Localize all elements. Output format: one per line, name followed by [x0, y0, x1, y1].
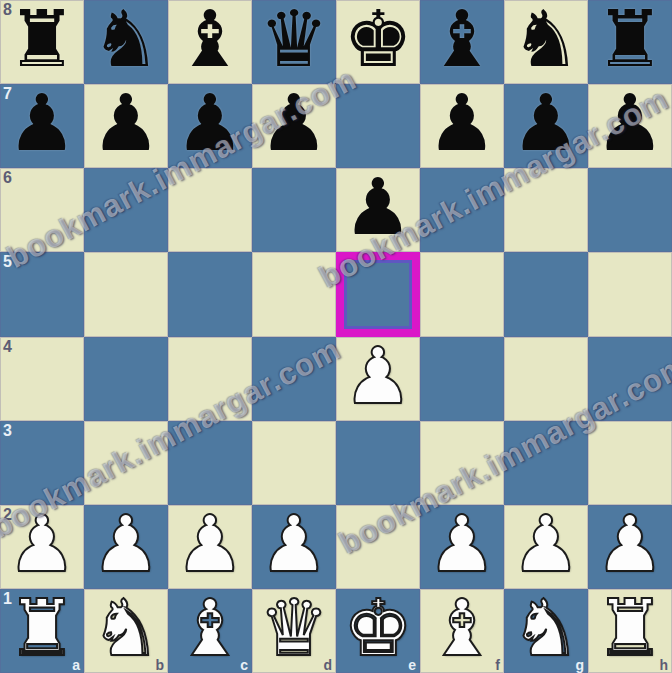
piece-black-bishop[interactable]: ♝: [427, 0, 497, 78]
square-b7[interactable]: ♟: [84, 84, 168, 168]
rank-label-4: 4: [3, 338, 12, 356]
square-f4[interactable]: [420, 337, 504, 421]
square-e5-highlighted[interactable]: [336, 252, 420, 336]
square-h1[interactable]: ♜h: [588, 589, 672, 673]
piece-white-rook[interactable]: ♜: [7, 589, 77, 667]
square-b2[interactable]: ♟: [84, 505, 168, 589]
square-a7[interactable]: ♟7: [0, 84, 84, 168]
square-d6[interactable]: [252, 168, 336, 252]
piece-black-pawn[interactable]: ♟: [175, 84, 245, 162]
piece-black-bishop[interactable]: ♝: [175, 0, 245, 78]
piece-white-pawn[interactable]: ♟: [91, 505, 161, 583]
square-h6[interactable]: [588, 168, 672, 252]
square-e3[interactable]: [336, 421, 420, 505]
square-d3[interactable]: [252, 421, 336, 505]
square-d5[interactable]: [252, 252, 336, 336]
piece-white-pawn[interactable]: ♟: [259, 505, 329, 583]
piece-black-pawn[interactable]: ♟: [91, 84, 161, 162]
piece-white-pawn[interactable]: ♟: [511, 505, 581, 583]
square-b4[interactable]: [84, 337, 168, 421]
piece-black-pawn[interactable]: ♟: [259, 84, 329, 162]
square-d7[interactable]: ♟: [252, 84, 336, 168]
piece-white-knight[interactable]: ♞: [91, 589, 161, 667]
square-e2[interactable]: [336, 505, 420, 589]
piece-white-bishop[interactable]: ♝: [175, 589, 245, 667]
square-h8[interactable]: ♜: [588, 0, 672, 84]
square-f6[interactable]: [420, 168, 504, 252]
piece-white-pawn[interactable]: ♟: [595, 505, 665, 583]
piece-black-knight[interactable]: ♞: [511, 0, 581, 78]
piece-white-bishop[interactable]: ♝: [427, 589, 497, 667]
piece-black-pawn[interactable]: ♟: [7, 84, 77, 162]
square-c2[interactable]: ♟: [168, 505, 252, 589]
piece-white-pawn[interactable]: ♟: [427, 505, 497, 583]
square-a2[interactable]: ♟2: [0, 505, 84, 589]
rank-label-2: 2: [3, 506, 12, 524]
rank-label-6: 6: [3, 169, 12, 187]
piece-black-pawn[interactable]: ♟: [343, 168, 413, 246]
rank-label-5: 5: [3, 253, 12, 271]
square-g4[interactable]: [504, 337, 588, 421]
square-g2[interactable]: ♟: [504, 505, 588, 589]
square-b5[interactable]: [84, 252, 168, 336]
piece-black-queen[interactable]: ♛: [259, 0, 329, 78]
piece-black-knight[interactable]: ♞: [91, 0, 161, 78]
square-g8[interactable]: ♞: [504, 0, 588, 84]
square-e6[interactable]: ♟: [336, 168, 420, 252]
piece-white-rook[interactable]: ♜: [595, 589, 665, 667]
file-label-e: e: [408, 657, 416, 673]
square-d1[interactable]: ♛d: [252, 589, 336, 673]
square-f3[interactable]: [420, 421, 504, 505]
square-g5[interactable]: [504, 252, 588, 336]
square-c5[interactable]: [168, 252, 252, 336]
chess-board: ♜8♞♝♛♚♝♞♜♟7♟♟♟♟♟♟6♟54♟3♟2♟♟♟♟♟♟♜1a♞b♝c♛d…: [0, 0, 672, 673]
square-h5[interactable]: [588, 252, 672, 336]
square-e7[interactable]: [336, 84, 420, 168]
file-label-c: c: [240, 657, 248, 673]
square-c6[interactable]: [168, 168, 252, 252]
square-g7[interactable]: ♟: [504, 84, 588, 168]
file-label-d: d: [323, 657, 332, 673]
piece-white-pawn[interactable]: ♟: [175, 505, 245, 583]
piece-white-queen[interactable]: ♛: [259, 589, 329, 667]
square-c3[interactable]: [168, 421, 252, 505]
square-d2[interactable]: ♟: [252, 505, 336, 589]
square-a8[interactable]: ♜8: [0, 0, 84, 84]
file-label-b: b: [155, 657, 164, 673]
piece-black-king[interactable]: ♚: [343, 0, 413, 78]
piece-black-pawn[interactable]: ♟: [427, 84, 497, 162]
square-f7[interactable]: ♟: [420, 84, 504, 168]
square-c7[interactable]: ♟: [168, 84, 252, 168]
rank-label-3: 3: [3, 422, 12, 440]
square-g3[interactable]: [504, 421, 588, 505]
square-h4[interactable]: [588, 337, 672, 421]
piece-black-rook[interactable]: ♜: [7, 0, 77, 78]
square-e8[interactable]: ♚: [336, 0, 420, 84]
square-b6[interactable]: [84, 168, 168, 252]
square-a3[interactable]: 3: [0, 421, 84, 505]
square-a5[interactable]: 5: [0, 252, 84, 336]
square-g1[interactable]: ♞g: [504, 589, 588, 673]
rank-label-1: 1: [3, 590, 12, 608]
square-d8[interactable]: ♛: [252, 0, 336, 84]
square-c4[interactable]: [168, 337, 252, 421]
square-f2[interactable]: ♟: [420, 505, 504, 589]
square-a6[interactable]: 6: [0, 168, 84, 252]
file-label-f: f: [495, 657, 500, 673]
square-d4[interactable]: [252, 337, 336, 421]
square-c1[interactable]: ♝c: [168, 589, 252, 673]
square-g6[interactable]: [504, 168, 588, 252]
square-c8[interactable]: ♝: [168, 0, 252, 84]
piece-black-pawn[interactable]: ♟: [595, 84, 665, 162]
square-e1[interactable]: ♚e: [336, 589, 420, 673]
square-b8[interactable]: ♞: [84, 0, 168, 84]
square-f8[interactable]: ♝: [420, 0, 504, 84]
file-label-h: h: [659, 657, 668, 673]
piece-white-pawn[interactable]: ♟: [343, 337, 413, 415]
square-h2[interactable]: ♟: [588, 505, 672, 589]
square-h3[interactable]: [588, 421, 672, 505]
square-e4[interactable]: ♟: [336, 337, 420, 421]
square-b1[interactable]: ♞b: [84, 589, 168, 673]
chess-board-screenshot: ♜8♞♝♛♚♝♞♜♟7♟♟♟♟♟♟6♟54♟3♟2♟♟♟♟♟♟♜1a♞b♝c♛d…: [0, 0, 672, 673]
square-a4[interactable]: 4: [0, 337, 84, 421]
square-b3[interactable]: [84, 421, 168, 505]
square-f1[interactable]: ♝f: [420, 589, 504, 673]
piece-black-rook[interactable]: ♜: [595, 0, 665, 78]
piece-white-knight[interactable]: ♞: [511, 589, 581, 667]
square-f5[interactable]: [420, 252, 504, 336]
piece-black-pawn[interactable]: ♟: [511, 84, 581, 162]
rank-label-7: 7: [3, 85, 12, 103]
square-a1[interactable]: ♜1a: [0, 589, 84, 673]
rank-label-8: 8: [3, 1, 12, 19]
piece-white-pawn[interactable]: ♟: [7, 505, 77, 583]
piece-white-king[interactable]: ♚: [343, 589, 413, 667]
file-label-g: g: [575, 657, 584, 673]
file-label-a: a: [72, 657, 80, 673]
square-h7[interactable]: ♟: [588, 84, 672, 168]
